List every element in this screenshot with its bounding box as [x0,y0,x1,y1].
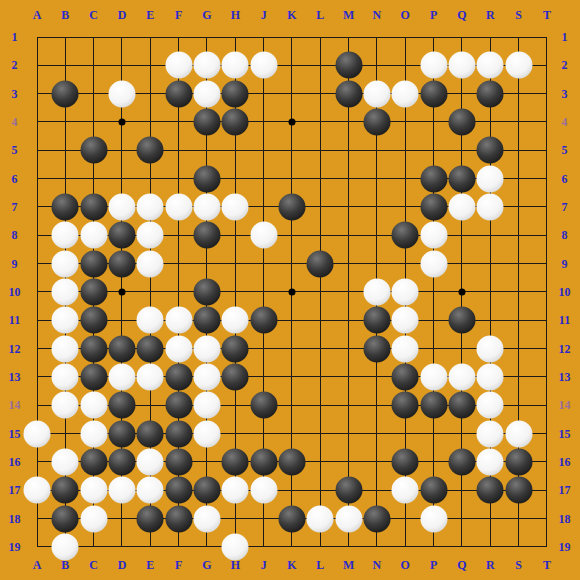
stone-white-R15 [477,420,504,447]
stone-black-O8 [392,222,419,249]
stone-white-R13 [477,363,504,390]
stone-black-J16 [250,448,277,475]
row-label-left-18: 18 [9,511,21,526]
row-label-left-17: 17 [9,483,21,498]
col-label-top-J: J [261,7,267,22]
stone-white-G14 [193,392,220,419]
stone-white-B9 [52,250,79,277]
stone-black-H16 [222,448,249,475]
stone-white-D17 [108,477,135,504]
stone-white-R7 [477,193,504,220]
col-label-top-S: S [515,7,522,22]
row-label-left-6: 6 [12,171,18,186]
stone-black-K7 [278,193,305,220]
col-label-top-F: F [175,7,182,22]
row-label-right-18: 18 [559,511,571,526]
stone-white-F12 [165,335,192,362]
stone-white-N3 [363,80,390,107]
row-label-right-10: 10 [559,284,571,299]
stone-black-D14 [108,392,135,419]
col-label-bottom-J: J [261,557,267,572]
stone-white-O17 [392,477,419,504]
row-label-right-8: 8 [562,228,568,243]
stone-white-H19 [222,533,249,560]
col-label-top-G: G [202,7,211,22]
grid-line-vertical [546,37,547,548]
row-label-right-11: 11 [559,313,570,328]
stone-white-G18 [193,505,220,532]
row-label-right-7: 7 [562,199,568,214]
stone-white-B13 [52,363,79,390]
col-label-bottom-E: E [146,557,154,572]
stone-black-P3 [420,80,447,107]
stone-white-E16 [137,448,164,475]
col-label-bottom-K: K [287,557,296,572]
stone-white-B16 [52,448,79,475]
stone-white-G15 [193,420,220,447]
row-label-right-15: 15 [559,426,571,441]
star-point-K4 [288,118,295,125]
row-label-left-14: 14 [9,398,21,413]
stone-white-C15 [80,420,107,447]
col-label-top-B: B [61,7,69,22]
col-label-bottom-N: N [373,557,382,572]
stone-black-G11 [193,307,220,334]
stone-white-N10 [363,278,390,305]
row-label-left-3: 3 [12,86,18,101]
col-label-bottom-F: F [175,557,182,572]
row-label-right-3: 3 [562,86,568,101]
stone-black-Q16 [448,448,475,475]
stone-black-R17 [477,477,504,504]
row-label-left-15: 15 [9,426,21,441]
col-label-top-E: E [146,7,154,22]
col-label-top-N: N [373,7,382,22]
col-label-bottom-T: T [543,557,551,572]
stone-white-O3 [392,80,419,107]
row-label-left-2: 2 [12,58,18,73]
row-label-right-17: 17 [559,483,571,498]
stone-white-J2 [250,52,277,79]
stone-black-D12 [108,335,135,362]
stone-black-J14 [250,392,277,419]
row-label-right-9: 9 [562,256,568,271]
stone-white-C18 [80,505,107,532]
col-label-top-T: T [543,7,551,22]
stone-white-B14 [52,392,79,419]
row-label-left-7: 7 [12,199,18,214]
col-label-bottom-M: M [343,557,354,572]
stone-white-O12 [392,335,419,362]
stone-white-D3 [108,80,135,107]
stone-white-R16 [477,448,504,475]
col-label-top-M: M [343,7,354,22]
col-label-top-P: P [430,7,437,22]
stone-white-R14 [477,392,504,419]
stone-black-Q6 [448,165,475,192]
col-label-top-A: A [33,7,42,22]
stone-black-E15 [137,420,164,447]
row-label-left-19: 19 [9,539,21,554]
star-point-D4 [118,118,125,125]
stone-black-N18 [363,505,390,532]
stone-black-F17 [165,477,192,504]
stone-black-C10 [80,278,107,305]
stone-white-S2 [505,52,532,79]
stone-white-E13 [137,363,164,390]
stone-black-Q14 [448,392,475,419]
stone-black-F18 [165,505,192,532]
stone-black-Q11 [448,307,475,334]
stone-black-C13 [80,363,107,390]
row-label-right-14: 14 [559,398,571,413]
col-label-bottom-C: C [89,557,98,572]
grid-line-horizontal [37,546,548,547]
stone-white-D13 [108,363,135,390]
stone-white-Q7 [448,193,475,220]
stone-black-G17 [193,477,220,504]
stone-white-R2 [477,52,504,79]
stone-white-R6 [477,165,504,192]
stone-white-C14 [80,392,107,419]
stone-white-E9 [137,250,164,277]
stone-white-A15 [24,420,51,447]
stone-white-L18 [307,505,334,532]
stone-black-K16 [278,448,305,475]
col-label-bottom-O: O [401,557,410,572]
stone-black-F15 [165,420,192,447]
grid-line-vertical [348,37,349,548]
row-label-left-5: 5 [12,143,18,158]
stone-black-Q4 [448,108,475,135]
stone-black-C11 [80,307,107,334]
stone-white-B10 [52,278,79,305]
stone-white-R12 [477,335,504,362]
stone-white-P9 [420,250,447,277]
stone-black-P6 [420,165,447,192]
stone-white-F7 [165,193,192,220]
stone-black-B18 [52,505,79,532]
row-label-left-9: 9 [12,256,18,271]
stone-black-D15 [108,420,135,447]
stone-white-H2 [222,52,249,79]
stone-white-G7 [193,193,220,220]
stone-white-O11 [392,307,419,334]
stone-white-E8 [137,222,164,249]
star-point-D10 [118,288,125,295]
stone-black-G6 [193,165,220,192]
row-label-right-4: 4 [562,114,568,129]
stone-black-C5 [80,137,107,164]
stone-white-B8 [52,222,79,249]
row-label-right-2: 2 [562,58,568,73]
stone-black-G8 [193,222,220,249]
stone-white-C8 [80,222,107,249]
stone-white-G13 [193,363,220,390]
stone-black-C12 [80,335,107,362]
stone-white-S15 [505,420,532,447]
row-label-right-19: 19 [559,539,571,554]
stone-black-M2 [335,52,362,79]
grid-line-vertical [433,37,434,548]
stone-white-B11 [52,307,79,334]
stone-black-C7 [80,193,107,220]
grid-line-vertical [320,37,321,548]
stone-white-P8 [420,222,447,249]
stone-black-C9 [80,250,107,277]
row-label-left-10: 10 [9,284,21,299]
stone-black-O13 [392,363,419,390]
col-label-bottom-A: A [33,557,42,572]
stone-white-B12 [52,335,79,362]
stone-black-B3 [52,80,79,107]
row-label-left-4: 4 [12,114,18,129]
stone-black-G10 [193,278,220,305]
stone-white-H17 [222,477,249,504]
col-label-top-Q: Q [457,7,466,22]
stone-white-H7 [222,193,249,220]
stone-white-B19 [52,533,79,560]
stone-black-P17 [420,477,447,504]
row-label-left-13: 13 [9,369,21,384]
stone-black-P7 [420,193,447,220]
col-label-bottom-P: P [430,557,437,572]
stone-black-O16 [392,448,419,475]
stone-black-N4 [363,108,390,135]
stone-black-H3 [222,80,249,107]
col-label-top-C: C [89,7,98,22]
col-label-top-K: K [287,7,296,22]
stone-white-A17 [24,477,51,504]
col-label-bottom-G: G [202,557,211,572]
stone-black-H4 [222,108,249,135]
stone-white-P18 [420,505,447,532]
row-label-left-1: 1 [12,30,18,45]
row-label-left-8: 8 [12,228,18,243]
row-label-left-11: 11 [9,313,20,328]
stone-white-P13 [420,363,447,390]
go-board[interactable]: AABBCCDDEEFFGGHHJJKKLLMMNNOOPPQQRRSSTT11… [0,0,580,580]
col-label-top-D: D [118,7,127,22]
row-label-right-5: 5 [562,143,568,158]
stone-white-G12 [193,335,220,362]
stone-white-Q2 [448,52,475,79]
stone-white-E7 [137,193,164,220]
stone-white-D7 [108,193,135,220]
stone-black-F16 [165,448,192,475]
row-label-right-16: 16 [559,454,571,469]
stone-white-C17 [80,477,107,504]
stone-black-F3 [165,80,192,107]
stone-black-R5 [477,137,504,164]
stone-black-G4 [193,108,220,135]
row-label-left-16: 16 [9,454,21,469]
star-point-K10 [288,288,295,295]
stone-white-P2 [420,52,447,79]
stone-black-D8 [108,222,135,249]
stone-black-B7 [52,193,79,220]
stone-black-E12 [137,335,164,362]
stone-black-L9 [307,250,334,277]
stone-black-B17 [52,477,79,504]
col-label-bottom-Q: Q [457,557,466,572]
stone-black-H13 [222,363,249,390]
stone-white-F2 [165,52,192,79]
stone-black-O14 [392,392,419,419]
stone-black-H12 [222,335,249,362]
stone-white-O10 [392,278,419,305]
stone-white-G3 [193,80,220,107]
row-label-right-6: 6 [562,171,568,186]
stone-white-E11 [137,307,164,334]
col-label-top-O: O [401,7,410,22]
stone-black-F14 [165,392,192,419]
stone-white-E17 [137,477,164,504]
stone-white-J8 [250,222,277,249]
star-point-Q10 [458,288,465,295]
stone-black-R3 [477,80,504,107]
stone-black-N12 [363,335,390,362]
stone-black-D16 [108,448,135,475]
stone-white-F11 [165,307,192,334]
stone-white-G2 [193,52,220,79]
col-label-bottom-D: D [118,557,127,572]
row-label-left-12: 12 [9,341,21,356]
stone-white-H11 [222,307,249,334]
stone-black-E18 [137,505,164,532]
stone-black-D9 [108,250,135,277]
stone-black-K18 [278,505,305,532]
stone-black-N11 [363,307,390,334]
stone-black-C16 [80,448,107,475]
stone-black-F13 [165,363,192,390]
col-label-bottom-R: R [486,557,495,572]
stone-black-M3 [335,80,362,107]
stone-black-E5 [137,137,164,164]
stone-white-Q13 [448,363,475,390]
col-label-bottom-S: S [515,557,522,572]
stone-black-S17 [505,477,532,504]
stone-black-J11 [250,307,277,334]
row-label-right-1: 1 [562,30,568,45]
stone-white-M18 [335,505,362,532]
col-label-bottom-L: L [316,557,324,572]
stone-white-J17 [250,477,277,504]
col-label-top-L: L [316,7,324,22]
stone-black-S16 [505,448,532,475]
row-label-right-13: 13 [559,369,571,384]
col-label-top-H: H [231,7,240,22]
stone-black-P14 [420,392,447,419]
stone-black-M17 [335,477,362,504]
col-label-top-R: R [486,7,495,22]
row-label-right-12: 12 [559,341,571,356]
